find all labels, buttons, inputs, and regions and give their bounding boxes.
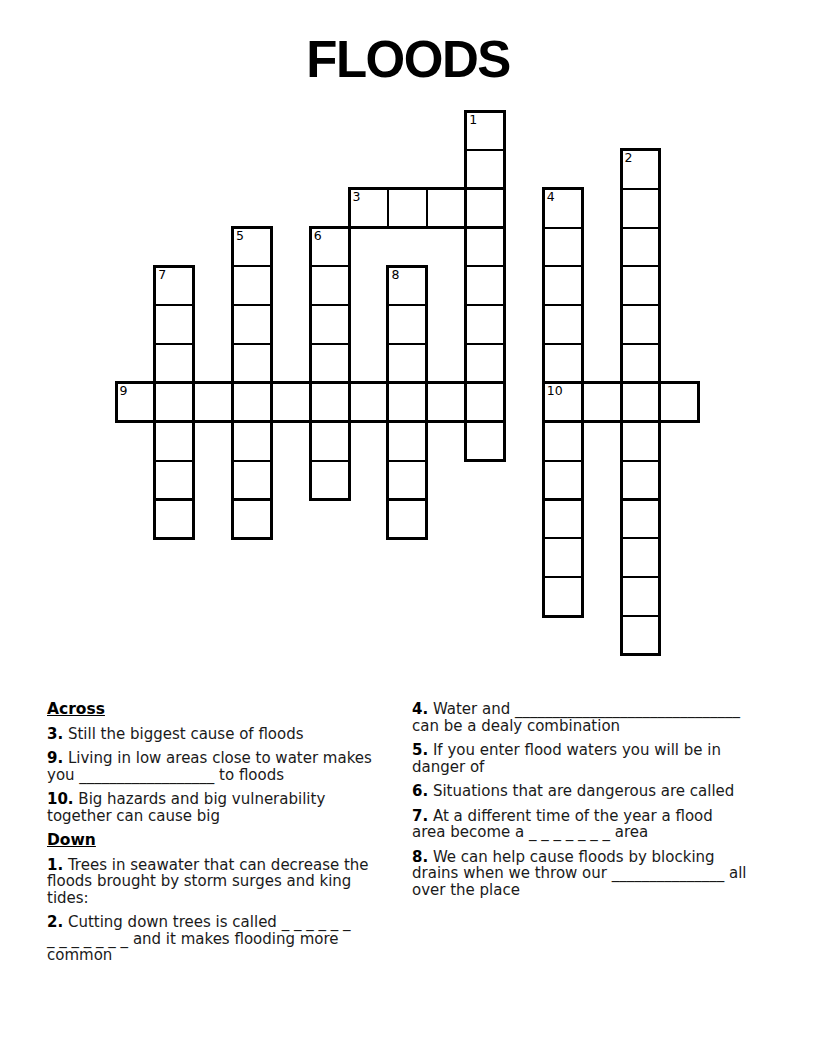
clue-2-line-3: common (47, 947, 409, 964)
grid-cell-r8c13[interactable] (620, 421, 661, 462)
grid-cell-r8c5[interactable] (309, 421, 350, 462)
grid-cell-r5c3[interactable] (232, 304, 273, 345)
grid-cell-r7c11[interactable] (542, 382, 583, 423)
clue-9-line-1: 9. Living in low areas close to water ma… (47, 750, 409, 767)
grid-cell-r7c2[interactable] (193, 382, 234, 423)
grid-cell-r4c11[interactable] (542, 265, 583, 306)
clue-5: 5. If you enter flood waters you will be… (412, 742, 802, 775)
grid-cell-r11c13[interactable] (620, 537, 661, 578)
grid-cell-r2c11[interactable] (542, 188, 583, 229)
grid-cell-r4c5[interactable] (309, 265, 350, 306)
grid-cell-r5c9[interactable] (465, 304, 506, 345)
clue-10-line-1: 10. Big hazards and big vulnerability (47, 791, 409, 808)
grid-cell-r8c3[interactable] (232, 421, 273, 462)
clue-2: 2. Cutting down trees is called _ _ _ _ … (47, 914, 409, 964)
grid-cell-r9c5[interactable] (309, 460, 350, 501)
grid-cell-r1c9[interactable] (465, 149, 506, 190)
grid-cell-r10c11[interactable] (542, 499, 583, 540)
clue-5-line-2: danger of (412, 759, 802, 776)
clue-4-line-1: 4. Water and ___________________________… (412, 701, 802, 718)
clue-5-line-1: 5. If you enter flood waters you will be… (412, 742, 802, 759)
grid-cell-r3c13[interactable] (620, 227, 661, 268)
clue-9: 9. Living in low areas close to water ma… (47, 750, 409, 783)
crossword-grid: 12345678910 (115, 110, 701, 657)
grid-cell-r9c7[interactable] (387, 460, 428, 501)
grid-cell-r4c1[interactable] (154, 265, 195, 306)
grid-cell-r7c6[interactable] (348, 382, 389, 423)
grid-cell-r13c13[interactable] (620, 615, 661, 656)
grid-cell-r5c1[interactable] (154, 304, 195, 345)
grid-cell-r3c11[interactable] (542, 227, 583, 268)
grid-cell-r12c11[interactable] (542, 576, 583, 617)
grid-cell-r3c3[interactable] (232, 227, 273, 268)
grid-cell-r1c13[interactable] (620, 149, 661, 190)
clues-right-column: 4. Water and ___________________________… (412, 701, 802, 906)
grid-cell-r5c13[interactable] (620, 304, 661, 345)
grid-cell-r6c5[interactable] (309, 343, 350, 384)
clue-2-line-2: _ _ _ _ _ _ _ and it makes flooding more (47, 931, 409, 948)
grid-cell-r10c3[interactable] (232, 499, 273, 540)
clue-8: 8. We can help cause floods by blockingd… (412, 849, 802, 899)
grid-cell-r7c1[interactable] (154, 382, 195, 423)
clue-1-line-2: floods brought by storm surges and king (47, 873, 409, 890)
grid-cell-r4c13[interactable] (620, 265, 661, 306)
grid-cell-r8c7[interactable] (387, 421, 428, 462)
grid-cell-r2c13[interactable] (620, 188, 661, 229)
clue-7: 7. At a different time of the year a flo… (412, 808, 802, 841)
grid-cell-r10c7[interactable] (387, 499, 428, 540)
grid-cell-r9c1[interactable] (154, 460, 195, 501)
down-header: Down (47, 832, 409, 849)
grid-cell-r5c7[interactable] (387, 304, 428, 345)
grid-cell-r2c7[interactable] (387, 188, 428, 229)
clue-1-line-1: 1. Trees in seawater that can decrease t… (47, 857, 409, 874)
clues-left-column: Across 3. Still the biggest cause of flo… (47, 701, 409, 972)
grid-cell-r8c9[interactable] (465, 421, 506, 462)
grid-cell-r9c3[interactable] (232, 460, 273, 501)
grid-cell-r4c7[interactable] (387, 265, 428, 306)
grid-cell-r7c3[interactable] (232, 382, 273, 423)
down-clues-list-left: 1. Trees in seawater that can decrease t… (47, 857, 409, 964)
grid-cell-r0c9[interactable] (465, 110, 506, 151)
down-clues-list-right: 4. Water and ___________________________… (412, 701, 802, 898)
grid-cell-r6c9[interactable] (465, 343, 506, 384)
clue-8-line-2: drains when we throw our _______________… (412, 865, 802, 882)
grid-cell-r12c13[interactable] (620, 576, 661, 617)
grid-cell-r6c7[interactable] (387, 343, 428, 384)
grid-cell-r11c11[interactable] (542, 537, 583, 578)
grid-cell-r10c1[interactable] (154, 499, 195, 540)
clue-6: 6. Situations that are dangerous are cal… (412, 783, 802, 800)
grid-cell-r4c9[interactable] (465, 265, 506, 306)
clue-10-line-2: together can cause big (47, 808, 409, 825)
clue-4: 4. Water and ___________________________… (412, 701, 802, 734)
grid-cell-r7c12[interactable] (581, 382, 622, 423)
puzzle-title: FLOODS (0, 30, 816, 89)
grid-cell-r3c5[interactable] (309, 227, 350, 268)
grid-cell-r8c11[interactable] (542, 421, 583, 462)
across-clues-list: 3. Still the biggest cause of floods9. L… (47, 726, 409, 825)
grid-cell-r7c14[interactable] (659, 382, 700, 423)
grid-cell-r8c1[interactable] (154, 421, 195, 462)
grid-cell-r5c11[interactable] (542, 304, 583, 345)
clue-8-line-1: 8. We can help cause floods by blocking (412, 849, 802, 866)
grid-cell-r6c13[interactable] (620, 343, 661, 384)
grid-cell-r2c6[interactable] (348, 188, 389, 229)
grid-cell-r6c11[interactable] (542, 343, 583, 384)
grid-cell-r9c11[interactable] (542, 460, 583, 501)
clue-10: 10. Big hazards and big vulnerabilitytog… (47, 791, 409, 824)
grid-cell-r7c8[interactable] (426, 382, 467, 423)
clue-8-line-3: over the place (412, 882, 802, 899)
across-header: Across (47, 701, 409, 718)
grid-cell-r6c1[interactable] (154, 343, 195, 384)
clue-3: 3. Still the biggest cause of floods (47, 726, 409, 743)
clue-9-line-2: you __________________ to floods (47, 767, 409, 784)
clue-1: 1. Trees in seawater that can decrease t… (47, 857, 409, 907)
grid-cell-r2c8[interactable] (426, 188, 467, 229)
grid-cell-r7c5[interactable] (309, 382, 350, 423)
grid-cell-r5c5[interactable] (309, 304, 350, 345)
clue-6-line-1: 6. Situations that are dangerous are cal… (412, 783, 802, 800)
clue-2-line-1: 2. Cutting down trees is called _ _ _ _ … (47, 914, 409, 931)
grid-cell-r7c7[interactable] (387, 382, 428, 423)
grid-cell-r6c3[interactable] (232, 343, 273, 384)
grid-cell-r10c13[interactable] (620, 499, 661, 540)
grid-cell-r4c3[interactable] (232, 265, 273, 306)
grid-cell-r7c9[interactable] (465, 382, 506, 423)
grid-cell-r7c0[interactable] (115, 382, 156, 423)
clue-1-line-3: tides: (47, 890, 409, 907)
grid-cell-r7c4[interactable] (270, 382, 311, 423)
clue-3-line-1: 3. Still the biggest cause of floods (47, 726, 409, 743)
clue-4-line-2: can be a dealy combination (412, 718, 802, 735)
clue-7-line-2: area become a _ _ _ _ _ _ _ area (412, 824, 802, 841)
crossword-page: FLOODS 12345678910 Across 3. Still the b… (0, 0, 816, 1056)
clue-7-line-1: 7. At a different time of the year a flo… (412, 808, 802, 825)
grid-cell-r2c9[interactable] (465, 188, 506, 229)
grid-cell-r9c13[interactable] (620, 460, 661, 501)
grid-cell-r3c9[interactable] (465, 227, 506, 268)
grid-cell-r7c13[interactable] (620, 382, 661, 423)
